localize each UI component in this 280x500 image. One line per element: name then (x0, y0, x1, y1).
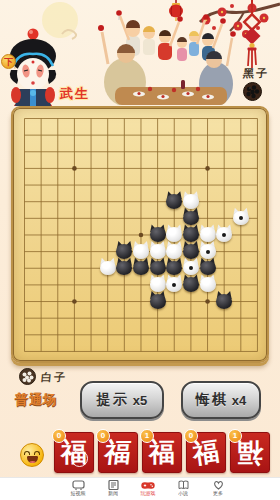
stone-black (166, 191, 183, 209)
stone-black (149, 291, 166, 309)
nav-item-more[interactable]: 更多 (205, 478, 231, 500)
nav-label: 更多 (213, 490, 223, 497)
app-screen: 下 武生 黑子 白子 普通场 提示 x5 悔棋 x4 (0, 0, 280, 500)
stone-black (182, 274, 199, 292)
heart-icon (213, 480, 224, 490)
laughing-emoji[interactable] (20, 443, 44, 467)
fu-tile[interactable]: 1 福 (142, 432, 182, 473)
fu-character: 福 (97, 433, 139, 472)
stone-white (149, 274, 166, 292)
stone-black (199, 258, 216, 276)
hint-button[interactable]: 提示 x5 (80, 381, 164, 419)
fu-tile[interactable]: 0 福 (54, 432, 94, 473)
stone-black (116, 258, 133, 276)
black-stones-bowl-icon (243, 82, 262, 101)
stone-black (132, 258, 149, 276)
news-icon (108, 480, 119, 490)
emoji-eye (24, 451, 30, 455)
fu-character: 福 (143, 433, 181, 472)
nav-item-novels[interactable]: 小说 (170, 478, 196, 500)
book-icon (178, 480, 189, 490)
stone-black (166, 258, 183, 276)
stone-white (182, 191, 199, 209)
fu-character: 福 (184, 431, 227, 475)
stone-black (182, 208, 199, 226)
stone-white (166, 224, 183, 242)
bottom-nav: 短视频 新闻 玩游戏 小说 (0, 477, 280, 500)
undo-button-label: 悔棋 (196, 391, 228, 409)
emoji-mouth (27, 456, 38, 463)
nav-label: 玩游戏 (141, 490, 156, 497)
turn-badge: 下 (1, 54, 16, 69)
gomoku-board[interactable] (11, 106, 269, 363)
celebration-illustration (95, 4, 240, 105)
stone-white (99, 258, 116, 276)
stone-black (216, 291, 233, 309)
stone-black (182, 241, 199, 259)
stone-white (149, 241, 166, 259)
stones-layer (24, 118, 258, 352)
gamepad-icon (141, 480, 155, 490)
fu-tile[interactable]: 1 福 (230, 432, 270, 473)
stone-white (199, 224, 216, 242)
undo-button[interactable]: 悔棋 x4 (181, 381, 261, 419)
stone-black (149, 258, 166, 276)
stone-white (199, 241, 216, 259)
nav-item-games[interactable]: 玩游戏 (135, 478, 161, 500)
fu-character: 福 (231, 433, 269, 472)
my-stone-label: 白子 (40, 370, 67, 385)
emoji-eye (34, 451, 40, 455)
room-label: 普通场 (15, 391, 57, 409)
fu-seal-circle (71, 450, 88, 467)
nav-label: 新闻 (108, 490, 118, 497)
nav-label: 短视频 (71, 490, 86, 497)
stone-black (149, 224, 166, 242)
stone-white (166, 241, 183, 259)
stone-black (182, 224, 199, 242)
nav-item-short-video[interactable]: 短视频 (65, 478, 91, 500)
nav-item-news[interactable]: 新闻 (100, 478, 126, 500)
hint-button-count: x5 (133, 393, 147, 408)
hint-button-label: 提示 (97, 391, 129, 409)
undo-button-count: x4 (232, 393, 246, 408)
fu-tile[interactable]: 0 福 (186, 432, 226, 473)
stone-black (116, 241, 133, 259)
opponent-stone-label: 黑子 (242, 66, 269, 81)
stone-white (132, 241, 149, 259)
stone-white (216, 224, 233, 242)
video-icon (72, 480, 85, 490)
stone-white (182, 258, 199, 276)
stone-white (166, 274, 183, 292)
nav-label: 小说 (178, 490, 188, 497)
stone-white (232, 208, 249, 226)
stone-white (199, 274, 216, 292)
white-stones-bowl-icon (19, 368, 36, 385)
fu-tile[interactable]: 0 福 (98, 432, 138, 473)
player-role-label: 武生 (60, 85, 90, 103)
